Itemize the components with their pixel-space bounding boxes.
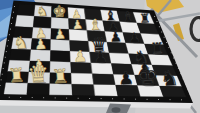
chessboard-photo: ♞♚♟♝♝♜♟♝♟♟♟♟♟♞♟♛♜♟♟♞♟♟♜♛♜♟♚♞	[0, 0, 200, 113]
piece-white-queen: ♛	[27, 60, 51, 89]
tick-dot	[190, 94, 191, 95]
pedestal-wheel	[112, 107, 121, 113]
tick-dot	[12, 17, 13, 18]
piece-black-king: ♚	[135, 61, 159, 91]
piece-white-pawn: ♟	[53, 26, 66, 42]
tick-dot	[6, 51, 7, 52]
tick-dot	[187, 89, 188, 90]
piece-white-rook: ♜	[51, 64, 70, 87]
piece-white-knight: ♞	[13, 32, 29, 53]
tick-dot	[66, 98, 67, 99]
tick-dot	[185, 84, 186, 85]
piece-white-pawn: ♟	[73, 47, 88, 66]
piece-black-pawn: ♟	[93, 48, 108, 67]
tick-dot	[147, 99, 148, 100]
tick-dot	[5, 57, 6, 58]
piece-black-pawn: ♟	[109, 29, 122, 45]
tick-dot	[181, 99, 182, 100]
tick-dot	[13, 12, 14, 13]
tick-dot	[9, 34, 10, 35]
board-square	[94, 85, 118, 96]
tick-dot	[101, 98, 102, 99]
tick-dot	[7, 46, 8, 47]
tick-dot	[161, 32, 162, 33]
tick-dot	[9, 97, 10, 98]
board-square	[17, 4, 35, 16]
tick-dot	[154, 16, 155, 17]
tick-dot	[183, 78, 184, 79]
board-square	[15, 15, 34, 27]
piece-black-knight: ♞	[160, 66, 180, 91]
tick-dot	[10, 29, 11, 30]
tick-dot	[157, 21, 158, 22]
tick-dot	[32, 97, 33, 98]
board-square	[50, 51, 70, 63]
tick-dot	[14, 6, 15, 7]
piece-white-rook: ♜	[7, 63, 26, 86]
tick-dot	[166, 42, 167, 43]
piece-white-knight: ♞	[36, 3, 49, 19]
tick-dot	[1, 79, 2, 80]
tick-dot	[158, 99, 159, 100]
tick-dot	[2, 74, 3, 75]
tick-dot	[55, 97, 56, 98]
tick-dot	[112, 98, 113, 99]
photo-chess-scene: ♞♚♟♝♝♜♟♝♟♟♟♟♟♞♟♛♜♟♟♞♟♟♜♛♜♟♚♞	[0, 0, 200, 113]
tick-dot	[8, 40, 9, 41]
tick-dot	[176, 63, 177, 64]
piece-white-bishop: ♝	[88, 15, 103, 34]
tick-dot	[168, 47, 169, 48]
tick-dot	[89, 98, 90, 99]
tick-dot	[135, 99, 136, 100]
piece-black-rook: ♜	[150, 39, 165, 58]
tick-dot	[173, 58, 174, 59]
tick-dot	[43, 97, 44, 98]
board-square	[109, 53, 131, 64]
tick-dot	[78, 98, 79, 99]
piece-white-king: ♚	[52, 1, 67, 21]
piece-white-pawn: ♟	[34, 36, 48, 53]
piece-black-bishop: ♝	[121, 8, 134, 25]
tick-dot	[171, 52, 172, 53]
tick-dot	[4, 62, 5, 63]
piece-white-pawn: ♟	[72, 17, 84, 32]
tick-dot	[124, 99, 125, 100]
tick-dot	[0, 85, 1, 86]
piece-black-pawn: ♟	[117, 68, 134, 89]
tick-dot	[20, 97, 21, 98]
board-square	[72, 84, 95, 95]
tick-dot	[180, 73, 181, 74]
board-square	[92, 74, 115, 85]
tick-dot	[164, 37, 165, 38]
piece-black-rook: ♜	[139, 11, 151, 26]
tick-dot	[3, 68, 4, 69]
tick-dot	[170, 99, 171, 100]
piece-black-pawn: ♟	[128, 30, 141, 46]
board-square	[71, 73, 94, 85]
tick-dot	[11, 23, 12, 24]
tick-dot	[159, 26, 160, 27]
